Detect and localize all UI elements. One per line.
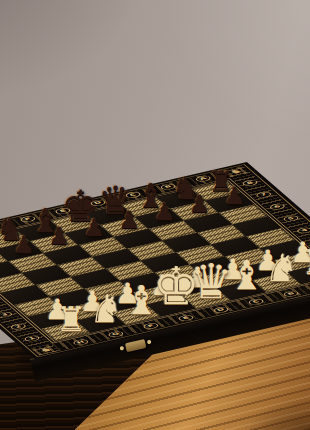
black-pawn-icon: ♟ (224, 185, 246, 207)
white-rook-icon: ♜ (301, 247, 310, 278)
piece-white-rook-a1[interactable]: ♜ (277, 266, 310, 278)
brass-latch-icon[interactable] (125, 339, 147, 352)
photo-scene: ♜♞♝♚♛♝♞♜♟♟♟♟♟♟♟♟♟♟♟♟♟♟♟♟♜♞♝♚♛♝♞♜ HHGGFFE… (0, 0, 310, 430)
